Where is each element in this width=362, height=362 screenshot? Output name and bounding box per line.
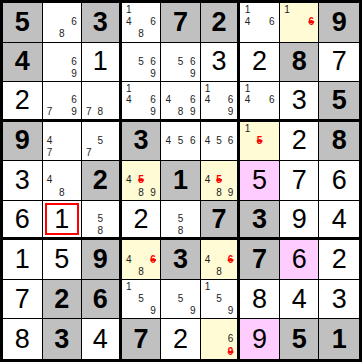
solved-digit: 7 — [15, 286, 30, 313]
solved-digit: 1 — [93, 48, 108, 75]
candidate-6: 6 — [147, 16, 159, 28]
given-digit: 3 — [54, 326, 69, 353]
given-digit: 9 — [332, 9, 347, 36]
candidate-9: 9 — [225, 187, 237, 199]
candidate-1: 1 — [202, 83, 214, 95]
cell-r4c2[interactable]: 47 — [43, 122, 83, 162]
cell-r8c7[interactable]: 8 — [240, 280, 280, 320]
candidate-7: 7 — [83, 147, 95, 159]
pencil-marks: 69 — [202, 320, 237, 358]
candidate-4: 4 — [44, 174, 56, 186]
given-digit: 5 — [332, 87, 347, 114]
cell-r1c7[interactable]: 146 — [240, 3, 280, 43]
eliminated-candidate-6: 6 — [305, 16, 317, 28]
cell-r5c2[interactable]: 48 — [43, 161, 83, 201]
candidate-9: 9 — [187, 106, 199, 118]
pencil-marks: 569 — [123, 44, 160, 81]
given-digit: 7 — [173, 9, 188, 36]
cell-r9c4[interactable]: 7 — [122, 319, 162, 359]
cell-r6c5[interactable]: 58 — [161, 201, 201, 241]
given-digit: 4 — [15, 48, 30, 75]
candidate-4: 4 — [202, 95, 214, 107]
candidate-6: 6 — [225, 135, 237, 147]
solved-digit: 7 — [292, 167, 307, 194]
cell-r2c4[interactable]: 569 — [122, 43, 162, 83]
candidate-6: 6 — [187, 56, 199, 68]
candidate-1: 1 — [202, 281, 214, 293]
cell-r2c3[interactable]: 1 — [82, 43, 122, 83]
candidate-4: 4 — [202, 135, 214, 147]
given-digit: 9 — [15, 127, 30, 154]
candidate-5: 5 — [174, 293, 186, 305]
candidate-4: 4 — [123, 254, 135, 266]
candidate-4: 4 — [123, 174, 135, 186]
cell-r1c3[interactable]: 3 — [82, 3, 122, 43]
candidate-6: 6 — [187, 95, 199, 107]
candidate-8: 8 — [174, 225, 186, 237]
cell-r3c5[interactable]: 4689 — [161, 82, 201, 122]
cell-r9c3[interactable]: 4 — [82, 319, 122, 359]
pencil-marks: 159 — [202, 281, 237, 318]
cell-r9c8[interactable]: 5 — [280, 319, 320, 359]
candidate-4: 4 — [162, 95, 174, 107]
candidate-5: 5 — [213, 293, 225, 305]
pencil-marks: 1469 — [123, 83, 160, 118]
cell-r3c1[interactable]: 2 — [3, 82, 43, 122]
cell-r3c4[interactable]: 1469 — [122, 82, 162, 122]
cell-r2c1[interactable]: 4 — [3, 43, 43, 83]
given-digit: 6 — [93, 286, 108, 313]
solved-digit: 3 — [212, 48, 227, 75]
candidate-6: 6 — [147, 56, 159, 68]
pencil-marks: 58 — [83, 202, 118, 237]
candidate-8: 8 — [213, 266, 225, 278]
pencil-marks: 15 — [241, 123, 278, 160]
candidate-7: 7 — [44, 106, 56, 118]
pencil-marks: 57 — [83, 123, 118, 160]
solved-digit: 2 — [173, 326, 188, 353]
candidate-1: 1 — [241, 4, 253, 16]
candidate-6: 6 — [266, 16, 278, 28]
candidate-9: 9 — [187, 305, 199, 317]
solved-digit: 2 — [133, 206, 148, 233]
cell-r3c8[interactable]: 3 — [280, 82, 320, 122]
candidate-1: 1 — [123, 4, 135, 16]
given-digit: 2 — [212, 9, 227, 36]
candidate-8: 8 — [95, 106, 107, 118]
cell-r4c3[interactable]: 57 — [82, 122, 122, 162]
cell-r9c2[interactable]: 3 — [43, 319, 83, 359]
cell-r2c8[interactable]: 8 — [280, 43, 320, 83]
candidate-8: 8 — [213, 187, 225, 199]
eliminated-candidate-5: 5 — [213, 174, 225, 186]
given-digit: 8 — [292, 48, 307, 75]
candidate-8: 8 — [135, 266, 147, 278]
pencil-marks: 679 — [44, 83, 81, 118]
candidate-8: 8 — [174, 106, 186, 118]
cell-r5c8[interactable]: 7 — [280, 161, 320, 201]
candidate-8: 8 — [95, 225, 107, 237]
solved-digit: 9 — [252, 326, 267, 353]
solved-digit: 4 — [332, 206, 347, 233]
given-digit: 7 — [252, 246, 267, 273]
cell-r7c7[interactable]: 7 — [240, 240, 280, 280]
cell-r5c5[interactable]: 1 — [161, 161, 201, 201]
eliminated-candidate-9: 9 — [225, 345, 237, 358]
cell-r1c6[interactable]: 2 — [201, 3, 241, 43]
solved-digit: 2 — [292, 127, 307, 154]
pencil-marks: 146 — [241, 4, 278, 41]
cell-r7c9[interactable]: 2 — [319, 240, 359, 280]
candidate-4: 4 — [202, 174, 214, 186]
candidate-6: 6 — [68, 56, 80, 68]
cell-r6c6[interactable]: 7 — [201, 201, 241, 241]
candidate-5: 5 — [135, 56, 147, 68]
candidate-8: 8 — [135, 28, 147, 40]
solved-digit: 3 — [292, 87, 307, 114]
given-digit: 8 — [332, 127, 347, 154]
cell-r8c1[interactable]: 7 — [3, 280, 43, 320]
candidate-9: 9 — [68, 68, 80, 80]
pencil-marks: 456 — [162, 123, 199, 160]
cell-r7c5[interactable]: 3 — [161, 240, 201, 280]
cell-r8c5[interactable]: 59 — [161, 280, 201, 320]
pencil-marks: 1468 — [123, 4, 160, 41]
candidate-5: 5 — [174, 135, 186, 147]
pencil-marks: 58 — [162, 202, 199, 237]
cell-r7c2[interactable]: 5 — [43, 240, 83, 280]
pencil-marks: 486 — [123, 241, 160, 278]
cell-r4c6[interactable]: 456 — [201, 122, 241, 162]
candidate-4: 4 — [241, 16, 253, 28]
cell-r8c6[interactable]: 159 — [201, 280, 241, 320]
given-digit: 5 — [15, 9, 30, 36]
candidate-4: 4 — [241, 95, 253, 107]
solved-digit: 6 — [292, 246, 307, 273]
cell-r9c7[interactable]: 9 — [240, 319, 280, 359]
cell-r5c4[interactable]: 4895 — [122, 161, 162, 201]
cell-r4c9[interactable]: 8 — [319, 122, 359, 162]
cell-r8c9[interactable]: 3 — [319, 280, 359, 320]
candidate-7: 7 — [44, 147, 56, 159]
given-digit: 7 — [212, 206, 227, 233]
cell-r8c2[interactable]: 2 — [43, 280, 83, 320]
solved-digit: 8 — [252, 286, 267, 313]
cell-r1c2[interactable]: 68 — [43, 3, 83, 43]
pencil-marks: 486 — [202, 241, 237, 278]
cell-r5c6[interactable]: 4895 — [201, 161, 241, 201]
cell-r6c2[interactable]: 1 — [43, 201, 83, 241]
candidate-4: 4 — [123, 16, 135, 28]
given-digit: 7 — [133, 326, 148, 353]
given-digit: 3 — [252, 206, 267, 233]
solved-digit: 5 — [252, 167, 267, 194]
cell-r3c2[interactable]: 679 — [43, 82, 83, 122]
given-digit: 1 — [332, 326, 347, 353]
solved-digit: 5 — [54, 246, 69, 273]
solved-digit: 9 — [292, 206, 307, 233]
cell-r9c1[interactable]: 8 — [3, 319, 43, 359]
pencil-marks: 159 — [123, 281, 160, 318]
cell-r1c1[interactable]: 5 — [3, 3, 43, 43]
cell-r1c9[interactable]: 9 — [319, 3, 359, 43]
cell-r5c7[interactable]: 5 — [240, 161, 280, 201]
cell-r5c3[interactable]: 2 — [82, 161, 122, 201]
cell-r9c6[interactable]: 69 — [201, 319, 241, 359]
given-digit: 3 — [133, 127, 148, 154]
cell-r2c2[interactable]: 69 — [43, 43, 83, 83]
candidate-1: 1 — [281, 4, 293, 16]
cell-r6c4[interactable]: 2 — [122, 201, 162, 241]
candidate-9: 9 — [68, 106, 80, 118]
candidate-9: 9 — [147, 68, 159, 80]
given-digit: 3 — [93, 9, 108, 36]
candidate-4: 4 — [202, 254, 214, 266]
candidate-1: 1 — [241, 123, 253, 135]
cell-r3c9[interactable]: 5 — [319, 82, 359, 122]
candidate-1: 1 — [123, 281, 135, 293]
cell-r5c9[interactable]: 6 — [319, 161, 359, 201]
eliminated-candidate-6: 6 — [147, 254, 159, 266]
cell-r3c7[interactable]: 146 — [240, 82, 280, 122]
candidate-5: 5 — [174, 213, 186, 225]
candidate-6: 6 — [187, 135, 199, 147]
pencil-marks: 4895 — [202, 162, 237, 199]
candidate-9: 9 — [147, 187, 159, 199]
cell-r6c7[interactable]: 3 — [240, 201, 280, 241]
solved-digit: 6 — [332, 167, 347, 194]
solved-digit: 1 — [15, 246, 30, 273]
cell-r2c5[interactable]: 569 — [161, 43, 201, 83]
pencil-marks: 4689 — [162, 83, 199, 118]
cell-r2c7[interactable]: 2 — [240, 43, 280, 83]
pencil-marks: 4895 — [123, 162, 160, 199]
cell-r8c4[interactable]: 159 — [122, 280, 162, 320]
cell-r7c4[interactable]: 486 — [122, 240, 162, 280]
cell-r6c3[interactable]: 58 — [82, 201, 122, 241]
pencil-marks: 47 — [44, 123, 81, 160]
cell-r1c8[interactable]: 16 — [280, 3, 320, 43]
candidate-8: 8 — [56, 28, 68, 40]
given-digit: 1 — [173, 167, 188, 194]
solved-digit: 3 — [15, 167, 30, 194]
candidate-1: 1 — [241, 83, 253, 95]
cell-r1c5[interactable]: 7 — [161, 3, 201, 43]
candidate-6: 6 — [68, 16, 80, 28]
pencil-marks: 1469 — [202, 83, 237, 118]
cell-r3c6[interactable]: 1469 — [201, 82, 241, 122]
cell-r3c3[interactable]: 78 — [82, 82, 122, 122]
pencil-marks: 68 — [44, 4, 81, 41]
solved-digit: 2 — [252, 48, 267, 75]
cell-r8c3[interactable]: 6 — [82, 280, 122, 320]
candidate-4: 4 — [162, 135, 174, 147]
candidate-6: 6 — [225, 333, 237, 346]
cell-r7c6[interactable]: 486 — [201, 240, 241, 280]
candidate-9: 9 — [225, 305, 237, 317]
pencil-marks: 48 — [44, 162, 81, 199]
given-digit: 2 — [93, 167, 108, 194]
candidate-4: 4 — [44, 135, 56, 147]
given-digit: 9 — [93, 246, 108, 273]
candidate-9: 9 — [147, 305, 159, 317]
pencil-marks: 78 — [83, 83, 118, 118]
cell-r2c9[interactable]: 7 — [319, 43, 359, 83]
eliminated-candidate-5: 5 — [254, 135, 266, 147]
cell-r4c4[interactable]: 3 — [122, 122, 162, 162]
candidate-6: 6 — [147, 95, 159, 107]
solved-digit: 8 — [15, 326, 30, 353]
solved-digit: 3 — [332, 286, 347, 313]
cell-r4c5[interactable]: 456 — [161, 122, 201, 162]
candidate-6: 6 — [68, 95, 80, 107]
pencil-marks: 569 — [162, 44, 199, 81]
candidate-5: 5 — [95, 135, 107, 147]
solved-digit: 6 — [15, 206, 30, 233]
given-digit: 5 — [292, 326, 307, 353]
pencil-marks: 146 — [241, 83, 278, 118]
cell-r1c4[interactable]: 1468 — [122, 3, 162, 43]
cell-r7c8[interactable]: 6 — [280, 240, 320, 280]
candidate-6: 6 — [225, 95, 237, 107]
candidate-7: 7 — [83, 106, 95, 118]
candidate-8: 8 — [135, 187, 147, 199]
candidate-6: 6 — [266, 95, 278, 107]
candidate-4: 4 — [123, 95, 135, 107]
eliminated-candidate-5: 5 — [135, 174, 147, 186]
cell-r7c3[interactable]: 9 — [82, 240, 122, 280]
solved-digit: 2 — [15, 87, 30, 114]
pencil-marks: 69 — [44, 44, 81, 81]
cell-r6c1[interactable]: 6 — [3, 201, 43, 241]
candidate-5: 5 — [174, 56, 186, 68]
candidate-8: 8 — [56, 187, 68, 199]
cell-r7c1[interactable]: 1 — [3, 240, 43, 280]
solved-digit: 4 — [93, 326, 108, 353]
cell-r4c8[interactable]: 2 — [280, 122, 320, 162]
cell-r9c9[interactable]: 1 — [319, 319, 359, 359]
candidate-5: 5 — [95, 213, 107, 225]
candidate-1: 1 — [123, 83, 135, 95]
candidate-9: 9 — [225, 106, 237, 118]
solved-digit: 2 — [332, 246, 347, 273]
candidate-5: 5 — [213, 135, 225, 147]
pencil-marks: 16 — [281, 4, 318, 41]
cell-r8c8[interactable]: 4 — [280, 280, 320, 320]
solved-digit: 4 — [292, 286, 307, 313]
candidate-5: 5 — [135, 293, 147, 305]
given-digit: 3 — [173, 246, 188, 273]
given-digit: 2 — [54, 286, 69, 313]
cell-r6c8[interactable]: 9 — [280, 201, 320, 241]
cell-r6c9[interactable]: 4 — [319, 201, 359, 241]
sudoku-board: 5683146872146169469156956932872679781469… — [0, 0, 362, 362]
solved-digit: 7 — [332, 48, 347, 75]
cell-r4c7[interactable]: 15 — [240, 122, 280, 162]
candidate-9: 9 — [187, 68, 199, 80]
cell-r9c5[interactable]: 2 — [161, 319, 201, 359]
cell-r4c1[interactable]: 9 — [3, 122, 43, 162]
cell-r2c6[interactable]: 3 — [201, 43, 241, 83]
pencil-marks: 59 — [162, 281, 199, 318]
candidate-9: 9 — [147, 106, 159, 118]
eliminated-candidate-6: 6 — [225, 254, 237, 266]
cell-r5c1[interactable]: 3 — [3, 161, 43, 201]
pencil-marks: 456 — [202, 123, 237, 160]
solved-digit: 1 — [54, 206, 69, 233]
